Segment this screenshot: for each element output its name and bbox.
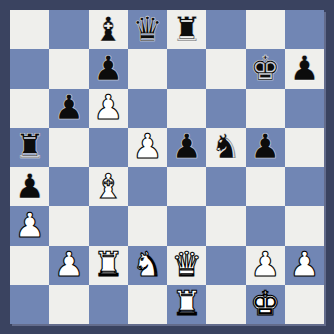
piece-black-rook[interactable]: ♜ — [171, 12, 201, 46]
piece-black-queen[interactable]: ♛ — [132, 12, 162, 46]
piece-black-pawn[interactable]: ♟ — [93, 51, 123, 85]
piece-black-pawn[interactable]: ♟ — [54, 90, 84, 124]
square-a7[interactable] — [10, 49, 49, 88]
square-g3[interactable] — [246, 206, 285, 245]
square-a8[interactable] — [10, 10, 49, 49]
square-a2[interactable] — [10, 246, 49, 285]
square-h3[interactable] — [285, 206, 324, 245]
square-h5[interactable] — [285, 128, 324, 167]
piece-white-queen[interactable]: ♛ — [171, 247, 201, 281]
piece-white-rook[interactable]: ♜ — [171, 286, 201, 320]
square-h1[interactable] — [285, 285, 324, 324]
square-e7[interactable] — [167, 49, 206, 88]
piece-black-pawn[interactable]: ♟ — [289, 51, 319, 85]
square-f2[interactable] — [206, 246, 245, 285]
piece-black-pawn[interactable]: ♟ — [171, 129, 201, 163]
piece-white-king[interactable]: ♚ — [250, 286, 280, 320]
piece-black-king[interactable]: ♚ — [250, 51, 280, 85]
square-d5[interactable]: ♟ — [128, 128, 167, 167]
piece-white-pawn[interactable]: ♟ — [54, 247, 84, 281]
square-e1[interactable]: ♜ — [167, 285, 206, 324]
piece-white-pawn[interactable]: ♟ — [250, 247, 280, 281]
piece-white-pawn[interactable]: ♟ — [132, 129, 162, 163]
square-c2[interactable]: ♜ — [89, 246, 128, 285]
square-g5[interactable]: ♟ — [246, 128, 285, 167]
square-e2[interactable]: ♛ — [167, 246, 206, 285]
square-b5[interactable] — [49, 128, 88, 167]
square-f1[interactable] — [206, 285, 245, 324]
square-e8[interactable]: ♜ — [167, 10, 206, 49]
square-g8[interactable] — [246, 10, 285, 49]
square-d6[interactable] — [128, 89, 167, 128]
chess-board-frame: ♝♛♜♟♚♟♟♟♜♟♟♞♟♟♝♟♟♜♞♛♟♟♜♚ — [0, 0, 334, 334]
square-f6[interactable] — [206, 89, 245, 128]
square-f8[interactable] — [206, 10, 245, 49]
square-c1[interactable] — [89, 285, 128, 324]
square-h8[interactable] — [285, 10, 324, 49]
piece-white-pawn[interactable]: ♟ — [93, 90, 123, 124]
square-f5[interactable]: ♞ — [206, 128, 245, 167]
square-d2[interactable]: ♞ — [128, 246, 167, 285]
square-g7[interactable]: ♚ — [246, 49, 285, 88]
square-d7[interactable] — [128, 49, 167, 88]
chess-board: ♝♛♜♟♚♟♟♟♜♟♟♞♟♟♝♟♟♜♞♛♟♟♜♚ — [10, 10, 324, 324]
square-a1[interactable] — [10, 285, 49, 324]
square-h2[interactable]: ♟ — [285, 246, 324, 285]
square-g1[interactable]: ♚ — [246, 285, 285, 324]
piece-black-pawn[interactable]: ♟ — [14, 169, 44, 203]
square-a5[interactable]: ♜ — [10, 128, 49, 167]
square-c3[interactable] — [89, 206, 128, 245]
piece-black-bishop[interactable]: ♝ — [93, 12, 123, 46]
square-b3[interactable] — [49, 206, 88, 245]
square-e3[interactable] — [167, 206, 206, 245]
square-b8[interactable] — [49, 10, 88, 49]
square-e4[interactable] — [167, 167, 206, 206]
square-d4[interactable] — [128, 167, 167, 206]
square-c6[interactable]: ♟ — [89, 89, 128, 128]
square-c5[interactable] — [89, 128, 128, 167]
square-h6[interactable] — [285, 89, 324, 128]
square-g2[interactable]: ♟ — [246, 246, 285, 285]
square-c4[interactable]: ♝ — [89, 167, 128, 206]
piece-white-pawn[interactable]: ♟ — [289, 247, 319, 281]
square-d8[interactable]: ♛ — [128, 10, 167, 49]
square-c8[interactable]: ♝ — [89, 10, 128, 49]
square-d1[interactable] — [128, 285, 167, 324]
piece-white-knight[interactable]: ♞ — [132, 247, 162, 281]
square-c7[interactable]: ♟ — [89, 49, 128, 88]
square-b6[interactable]: ♟ — [49, 89, 88, 128]
square-b4[interactable] — [49, 167, 88, 206]
square-g6[interactable] — [246, 89, 285, 128]
piece-black-pawn[interactable]: ♟ — [250, 129, 280, 163]
square-b7[interactable] — [49, 49, 88, 88]
piece-white-bishop[interactable]: ♝ — [93, 169, 123, 203]
square-h7[interactable]: ♟ — [285, 49, 324, 88]
piece-black-knight[interactable]: ♞ — [211, 129, 241, 163]
square-f7[interactable] — [206, 49, 245, 88]
piece-black-rook[interactable]: ♜ — [14, 129, 44, 163]
square-e6[interactable] — [167, 89, 206, 128]
square-d3[interactable] — [128, 206, 167, 245]
square-a3[interactable]: ♟ — [10, 206, 49, 245]
piece-white-pawn[interactable]: ♟ — [14, 208, 44, 242]
square-e5[interactable]: ♟ — [167, 128, 206, 167]
square-b2[interactable]: ♟ — [49, 246, 88, 285]
square-a6[interactable] — [10, 89, 49, 128]
square-g4[interactable] — [246, 167, 285, 206]
square-a4[interactable]: ♟ — [10, 167, 49, 206]
square-f3[interactable] — [206, 206, 245, 245]
square-f4[interactable] — [206, 167, 245, 206]
square-h4[interactable] — [285, 167, 324, 206]
square-b1[interactable] — [49, 285, 88, 324]
piece-white-rook[interactable]: ♜ — [93, 247, 123, 281]
